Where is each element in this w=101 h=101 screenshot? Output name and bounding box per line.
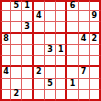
sudoku-cell-r8c7[interactable]: 1 bbox=[67, 79, 78, 90]
sudoku-cell-r9c5[interactable] bbox=[45, 90, 56, 101]
sudoku-cell-r8c2[interactable] bbox=[11, 79, 22, 90]
sudoku-cell-r3c2[interactable] bbox=[11, 22, 22, 33]
sudoku-cell-r5c7[interactable] bbox=[67, 45, 78, 56]
sudoku-cell-r5c6[interactable]: 1 bbox=[56, 45, 67, 56]
sudoku-cell-r6c5[interactable] bbox=[45, 56, 56, 67]
sudoku-cell-r2c1[interactable] bbox=[0, 11, 11, 22]
sudoku-cell-r8c9[interactable] bbox=[90, 79, 101, 90]
sudoku-cell-r2c8[interactable] bbox=[79, 11, 90, 22]
sudoku-cell-r3c4[interactable] bbox=[34, 22, 45, 33]
sudoku-cell-r6c1[interactable] bbox=[0, 56, 11, 67]
sudoku-cell-r5c5[interactable]: 3 bbox=[45, 45, 56, 56]
sudoku-cell-r6c4[interactable] bbox=[34, 56, 45, 67]
sudoku-cell-r9c4[interactable] bbox=[34, 90, 45, 101]
sudoku-cell-r9c1[interactable] bbox=[0, 90, 11, 101]
sudoku-cell-r2c7[interactable] bbox=[67, 11, 78, 22]
sudoku-cell-r6c6[interactable] bbox=[56, 56, 67, 67]
sudoku-cell-r7c5[interactable] bbox=[45, 67, 56, 78]
sudoku-cell-r1c8[interactable] bbox=[79, 0, 90, 11]
sudoku-cell-r6c9[interactable] bbox=[90, 56, 101, 67]
sudoku-cell-r9c2[interactable]: 2 bbox=[11, 90, 22, 101]
sudoku-cell-r1c1[interactable] bbox=[0, 0, 11, 11]
sudoku-cell-r4c1[interactable]: 8 bbox=[0, 34, 11, 45]
sudoku-cell-r2c5[interactable] bbox=[45, 11, 56, 22]
sudoku-cell-r9c9[interactable] bbox=[90, 90, 101, 101]
sudoku-cell-r8c8[interactable] bbox=[79, 79, 90, 90]
sudoku-cell-r9c6[interactable] bbox=[56, 90, 67, 101]
sudoku-cell-r6c8[interactable] bbox=[79, 56, 90, 67]
sudoku-cell-r2c4[interactable]: 4 bbox=[34, 11, 45, 22]
sudoku-cell-r2c9[interactable]: 9 bbox=[90, 11, 101, 22]
sudoku-cell-r3c1[interactable] bbox=[0, 22, 11, 33]
sudoku-cell-r3c5[interactable] bbox=[45, 22, 56, 33]
sudoku-cell-r2c2[interactable] bbox=[11, 11, 22, 22]
sudoku-cell-r8c4[interactable] bbox=[34, 79, 45, 90]
sudoku-cell-r8c3[interactable] bbox=[22, 79, 33, 90]
sudoku-cell-r8c1[interactable] bbox=[0, 79, 11, 90]
sudoku-cell-r1c2[interactable]: 5 bbox=[11, 0, 22, 11]
sudoku-cell-r1c4[interactable] bbox=[34, 0, 45, 11]
sudoku-cell-r5c4[interactable] bbox=[34, 45, 45, 56]
sudoku-cell-r4c6[interactable] bbox=[56, 34, 67, 45]
sudoku-cell-r5c1[interactable] bbox=[0, 45, 11, 56]
sudoku-cell-r1c3[interactable]: 1 bbox=[22, 0, 33, 11]
sudoku-cell-r9c8[interactable] bbox=[79, 90, 90, 101]
sudoku-cell-r7c2[interactable] bbox=[11, 67, 22, 78]
sudoku-cell-r3c3[interactable]: 3 bbox=[22, 22, 33, 33]
sudoku-cell-r7c8[interactable]: 7 bbox=[79, 67, 90, 78]
sudoku-cell-r8c5[interactable]: 5 bbox=[45, 79, 56, 90]
sudoku-cell-r4c3[interactable] bbox=[22, 34, 33, 45]
sudoku-cell-r4c4[interactable] bbox=[34, 34, 45, 45]
sudoku-cell-r3c9[interactable] bbox=[90, 22, 101, 33]
sudoku-cell-r1c9[interactable] bbox=[90, 0, 101, 11]
sudoku-cell-r8c6[interactable] bbox=[56, 79, 67, 90]
sudoku-cell-r1c7[interactable]: 6 bbox=[67, 0, 78, 11]
sudoku-cell-r4c8[interactable]: 4 bbox=[79, 34, 90, 45]
sudoku-cell-r7c9[interactable] bbox=[90, 67, 101, 78]
sudoku-cell-r7c6[interactable] bbox=[56, 67, 67, 78]
sudoku-cell-r5c8[interactable] bbox=[79, 45, 90, 56]
sudoku-cell-r3c7[interactable] bbox=[67, 22, 78, 33]
sudoku-cell-r7c4[interactable]: 2 bbox=[34, 67, 45, 78]
sudoku-cell-r5c2[interactable] bbox=[11, 45, 22, 56]
sudoku-cell-r7c1[interactable]: 4 bbox=[0, 67, 11, 78]
sudoku-board: 51649384231427512 bbox=[0, 0, 101, 101]
sudoku-cell-r3c8[interactable] bbox=[79, 22, 90, 33]
sudoku-cell-r7c3[interactable] bbox=[22, 67, 33, 78]
sudoku-cell-r5c3[interactable] bbox=[22, 45, 33, 56]
sudoku-cell-r1c5[interactable] bbox=[45, 0, 56, 11]
sudoku-cell-r7c7[interactable] bbox=[67, 67, 78, 78]
sudoku-cell-r4c7[interactable] bbox=[67, 34, 78, 45]
sudoku-cell-r2c3[interactable] bbox=[22, 11, 33, 22]
sudoku-cell-r6c7[interactable] bbox=[67, 56, 78, 67]
sudoku-cell-r5c9[interactable] bbox=[90, 45, 101, 56]
sudoku-cell-r9c3[interactable] bbox=[22, 90, 33, 101]
sudoku-cell-r9c7[interactable] bbox=[67, 90, 78, 101]
sudoku-cell-r4c5[interactable] bbox=[45, 34, 56, 45]
sudoku-cell-r4c9[interactable]: 2 bbox=[90, 34, 101, 45]
sudoku-cell-r6c2[interactable] bbox=[11, 56, 22, 67]
sudoku-cell-r1c6[interactable] bbox=[56, 0, 67, 11]
sudoku-cell-r2c6[interactable] bbox=[56, 11, 67, 22]
sudoku-cell-r6c3[interactable] bbox=[22, 56, 33, 67]
sudoku-cell-r4c2[interactable] bbox=[11, 34, 22, 45]
sudoku-cell-r3c6[interactable] bbox=[56, 22, 67, 33]
